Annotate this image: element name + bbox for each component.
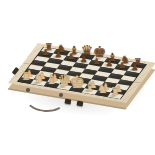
front-clasp-right [77, 101, 84, 106]
chess-set-photo: ♜♞♝♛♚♝♞♜♟♟♟♟♟♟♟♟♟♟♟♟♟♟♟♟♜♞♝♛♚♝♞♜ [0, 0, 155, 155]
handle-anchor-right [59, 93, 63, 97]
handle-anchor-left [26, 88, 30, 92]
front-clasp-left [65, 99, 72, 104]
